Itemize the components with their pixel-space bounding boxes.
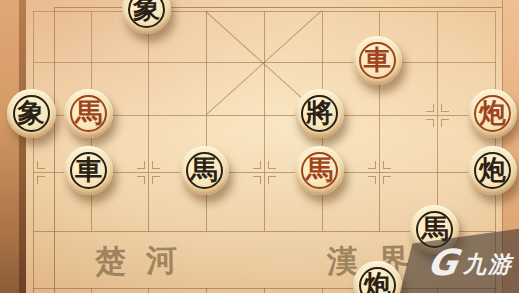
point-marker [268, 176, 276, 184]
point-marker [268, 161, 276, 169]
piece-ring: 車 [70, 152, 107, 189]
watermark-logo-icon: G [425, 242, 462, 283]
point-marker [37, 161, 45, 169]
piece-black-general[interactable]: 將 [295, 89, 344, 138]
piece-glyph: 象 [133, 0, 160, 22]
point-marker [368, 176, 376, 184]
piece-ring: 炮 [359, 267, 396, 293]
piece-glyph: 馬 [421, 215, 448, 242]
grid-line [148, 11, 149, 231]
piece-ring: 馬 [70, 95, 107, 132]
point-marker [383, 161, 391, 169]
piece-glyph: 車 [75, 156, 102, 183]
piece-ring: 馬 [186, 152, 223, 189]
point-marker [426, 119, 434, 127]
point-marker [253, 176, 261, 184]
piece-black-horse[interactable]: 馬 [180, 146, 229, 195]
point-marker [137, 161, 145, 169]
grid-line [437, 11, 438, 231]
piece-glyph: 馬 [306, 156, 333, 183]
grid-line [206, 288, 207, 293]
grid-line [264, 11, 265, 231]
piece-glyph: 車 [364, 46, 391, 73]
point-marker [152, 176, 160, 184]
piece-black-chariot[interactable]: 車 [64, 146, 113, 195]
piece-ring: 車 [359, 42, 396, 79]
piece-ring: 象 [13, 95, 50, 132]
frame-groove [19, 0, 26, 293]
piece-glyph: 馬 [191, 156, 218, 183]
piece-black-cannon[interactable]: 炮 [468, 146, 517, 195]
piece-glyph: 象 [18, 99, 45, 126]
piece-glyph: 馬 [75, 99, 102, 126]
piece-glyph: 將 [306, 99, 333, 126]
piece-glyph: 炮 [479, 156, 506, 183]
point-marker [37, 176, 45, 184]
xiangqi-screenshot: 楚河 漢界 象車象馬將炮車馬馬炮馬炮 G 九游 [0, 0, 519, 293]
point-marker [441, 119, 449, 127]
piece-ring: 將 [301, 95, 338, 132]
piece-glyph: 炮 [364, 271, 391, 293]
point-marker [441, 104, 449, 112]
watermark-name: 九游 [463, 249, 513, 280]
point-marker [383, 176, 391, 184]
piece-ring: 象 [128, 0, 165, 28]
point-marker [253, 161, 261, 169]
point-marker [368, 161, 376, 169]
grid-line [148, 288, 149, 293]
point-marker [152, 161, 160, 169]
board-frame-left [0, 0, 26, 293]
piece-red-horse[interactable]: 馬 [64, 89, 113, 138]
grid-line [33, 11, 34, 293]
piece-glyph: 炮 [479, 99, 506, 126]
piece-red-chariot[interactable]: 車 [353, 36, 402, 85]
grid-line [206, 11, 207, 231]
grid-line [322, 288, 323, 293]
piece-red-horse[interactable]: 馬 [295, 146, 344, 195]
grid-line [91, 288, 92, 293]
piece-ring: 馬 [301, 152, 338, 189]
piece-ring: 炮 [474, 95, 511, 132]
piece-black-elephant[interactable]: 象 [7, 89, 56, 138]
point-marker [426, 104, 434, 112]
piece-red-cannon[interactable]: 炮 [468, 89, 517, 138]
river-label-left: 楚河 [95, 239, 198, 283]
grid-line [264, 288, 265, 293]
point-marker [137, 176, 145, 184]
piece-ring: 炮 [474, 152, 511, 189]
